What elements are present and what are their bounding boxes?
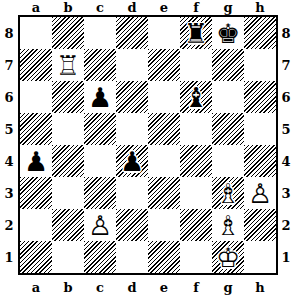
file-labels-top: abcdefgh (20, 0, 276, 15)
rank-label-7: 7 (0, 49, 18, 81)
black-king-g8[interactable]: ♚ (212, 17, 244, 49)
square-f8[interactable]: ♜ (180, 17, 212, 49)
file-label-d: d (116, 279, 148, 295)
file-label-h: h (244, 0, 276, 15)
file-label-a: a (20, 279, 52, 295)
white-bishop-g3[interactable]: ♝♗ (212, 177, 244, 209)
square-h4[interactable] (244, 145, 276, 177)
square-a2[interactable] (20, 209, 52, 241)
chess-diagram: abcdefgh abcdefgh 87654321 87654321 ♜♚♜♖… (0, 0, 295, 295)
piece-outline-layer: ♗ (212, 209, 244, 241)
board: ♜♚♜♖♟♝♟♟♝♗♟♙♟♙♝♗♚♔ (18, 15, 278, 275)
square-h7[interactable] (244, 49, 276, 81)
square-g4[interactable] (212, 145, 244, 177)
square-h6[interactable] (244, 81, 276, 113)
black-pawn-c6[interactable]: ♟ (84, 81, 116, 113)
rank-label-1: 1 (277, 241, 295, 273)
file-label-a: a (20, 0, 52, 15)
square-d1[interactable] (116, 241, 148, 273)
piece-glyph: ♟ (20, 145, 52, 177)
square-f5[interactable] (180, 113, 212, 145)
square-g5[interactable] (212, 113, 244, 145)
square-c2[interactable]: ♟♙ (84, 209, 116, 241)
square-b1[interactable] (52, 241, 84, 273)
file-label-c: c (84, 0, 116, 15)
square-a5[interactable] (20, 113, 52, 145)
square-b2[interactable] (52, 209, 84, 241)
square-a6[interactable] (20, 81, 52, 113)
square-a1[interactable] (20, 241, 52, 273)
rank-label-4: 4 (0, 145, 18, 177)
square-g1[interactable]: ♚♔ (212, 241, 244, 273)
square-a8[interactable] (20, 17, 52, 49)
square-a7[interactable] (20, 49, 52, 81)
rank-label-5: 5 (277, 113, 295, 145)
square-d6[interactable] (116, 81, 148, 113)
rank-label-3: 3 (277, 177, 295, 209)
piece-outline-layer: ♙ (244, 177, 276, 209)
piece-outline-layer: ♖ (52, 49, 84, 81)
file-label-f: f (180, 0, 212, 15)
piece-glyph: ♜ (180, 17, 212, 49)
file-label-h: h (244, 279, 276, 295)
square-c6[interactable]: ♟ (84, 81, 116, 113)
square-b5[interactable] (52, 113, 84, 145)
square-c3[interactable] (84, 177, 116, 209)
file-label-e: e (148, 279, 180, 295)
rank-label-2: 2 (277, 209, 295, 241)
square-g2[interactable]: ♝♗ (212, 209, 244, 241)
piece-glyph: ♚ (212, 17, 244, 49)
square-g8[interactable]: ♚ (212, 17, 244, 49)
square-h2[interactable] (244, 209, 276, 241)
square-d5[interactable] (116, 113, 148, 145)
square-e7[interactable] (148, 49, 180, 81)
square-b6[interactable] (52, 81, 84, 113)
rank-label-6: 6 (277, 81, 295, 113)
square-g3[interactable]: ♝♗ (212, 177, 244, 209)
black-rook-f8[interactable]: ♜ (180, 17, 212, 49)
rank-label-4: 4 (277, 145, 295, 177)
file-labels-bottom: abcdefgh (20, 279, 276, 295)
square-b8[interactable] (52, 17, 84, 49)
white-pawn-c2[interactable]: ♟♙ (84, 209, 116, 241)
rank-label-1: 1 (0, 241, 18, 273)
black-pawn-d4[interactable]: ♟ (116, 145, 148, 177)
rank-labels-right: 87654321 (277, 17, 295, 273)
square-f3[interactable] (180, 177, 212, 209)
file-label-b: b (52, 0, 84, 15)
file-label-f: f (180, 279, 212, 295)
rank-label-2: 2 (0, 209, 18, 241)
file-label-c: c (84, 279, 116, 295)
rank-label-8: 8 (0, 17, 18, 49)
white-pawn-h3[interactable]: ♟♙ (244, 177, 276, 209)
square-h1[interactable] (244, 241, 276, 273)
piece-outline-layer: ♗ (212, 177, 244, 209)
white-rook-b7[interactable]: ♜♖ (52, 49, 84, 81)
black-bishop-f6[interactable]: ♝ (180, 81, 212, 113)
white-king-g1[interactable]: ♚♔ (212, 241, 244, 273)
file-label-g: g (212, 0, 244, 15)
square-b4[interactable] (52, 145, 84, 177)
piece-glyph: ♝ (180, 81, 212, 113)
square-a3[interactable] (20, 177, 52, 209)
square-c7[interactable] (84, 49, 116, 81)
square-b3[interactable] (52, 177, 84, 209)
square-g7[interactable] (212, 49, 244, 81)
piece-glyph: ♟ (116, 145, 148, 177)
square-h3[interactable]: ♟♙ (244, 177, 276, 209)
piece-glyph: ♟ (84, 81, 116, 113)
square-d7[interactable] (116, 49, 148, 81)
rank-label-8: 8 (277, 17, 295, 49)
rank-label-7: 7 (277, 49, 295, 81)
square-h8[interactable] (244, 17, 276, 49)
square-d2[interactable] (116, 209, 148, 241)
square-c1[interactable] (84, 241, 116, 273)
square-c8[interactable] (84, 17, 116, 49)
square-b7[interactable]: ♜♖ (52, 49, 84, 81)
file-label-g: g (212, 279, 244, 295)
square-d3[interactable] (116, 177, 148, 209)
square-e4[interactable] (148, 145, 180, 177)
square-e1[interactable] (148, 241, 180, 273)
rank-label-5: 5 (0, 113, 18, 145)
rank-label-3: 3 (0, 177, 18, 209)
square-f7[interactable] (180, 49, 212, 81)
file-label-e: e (148, 0, 180, 15)
piece-outline-layer: ♔ (212, 241, 244, 273)
square-e8[interactable] (148, 17, 180, 49)
square-c4[interactable] (84, 145, 116, 177)
black-pawn-a4[interactable]: ♟ (20, 145, 52, 177)
square-f6[interactable]: ♝ (180, 81, 212, 113)
square-c5[interactable] (84, 113, 116, 145)
square-f2[interactable] (180, 209, 212, 241)
square-d4[interactable]: ♟ (116, 145, 148, 177)
square-e5[interactable] (148, 113, 180, 145)
file-label-d: d (116, 0, 148, 15)
piece-outline-layer: ♙ (84, 209, 116, 241)
rank-labels-left: 87654321 (0, 17, 18, 273)
square-e2[interactable] (148, 209, 180, 241)
square-h5[interactable] (244, 113, 276, 145)
square-f1[interactable] (180, 241, 212, 273)
square-e3[interactable] (148, 177, 180, 209)
rank-label-6: 6 (0, 81, 18, 113)
square-f4[interactable] (180, 145, 212, 177)
square-d8[interactable] (116, 17, 148, 49)
square-a4[interactable]: ♟ (20, 145, 52, 177)
square-g6[interactable] (212, 81, 244, 113)
white-bishop-g2[interactable]: ♝♗ (212, 209, 244, 241)
file-label-b: b (52, 279, 84, 295)
square-e6[interactable] (148, 81, 180, 113)
